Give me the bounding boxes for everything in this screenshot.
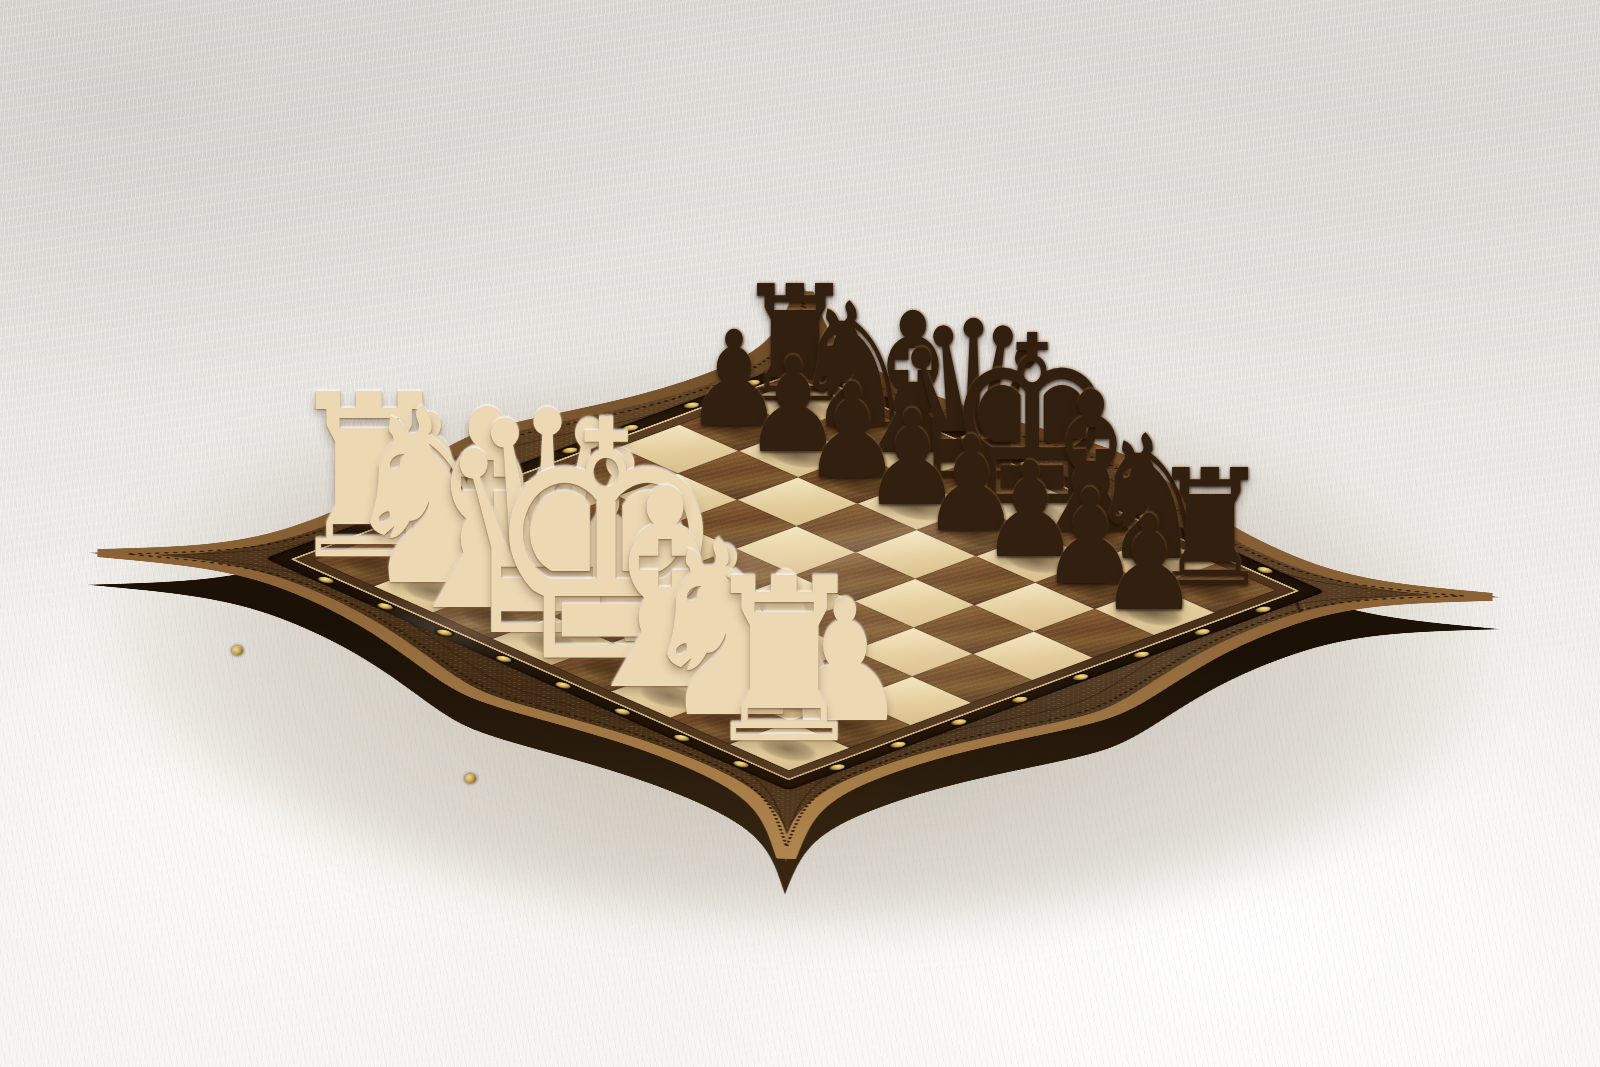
piece-white-rook[interactable]: ♜ bbox=[699, 549, 869, 775]
hinge-screw bbox=[232, 646, 243, 655]
pieces-layer: ♜♞♝♛♚♝♞♜♟♟♟♟♟♟♟♟♟♟♟♟♟♟♟♟♜♞♝♛♚♝♞♜ bbox=[0, 0, 1600, 1067]
photo-scene: ♜♞♝♛♚♝♞♜♟♟♟♟♟♟♟♟♟♟♟♟♟♟♟♟♜♞♝♛♚♝♞♜ bbox=[0, 0, 1600, 1067]
hinge-screw bbox=[465, 774, 476, 783]
piece-black-pawn[interactable]: ♟ bbox=[1099, 497, 1198, 629]
